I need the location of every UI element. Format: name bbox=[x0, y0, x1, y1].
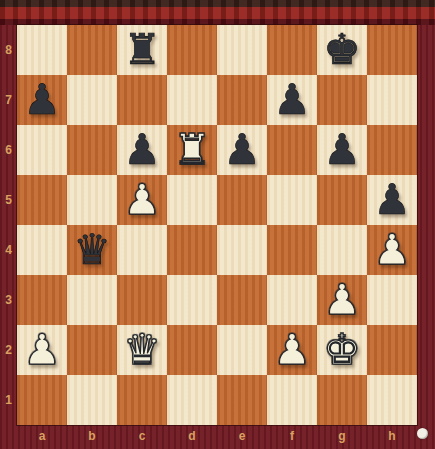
square-g5[interactable] bbox=[317, 175, 367, 225]
square-h1[interactable] bbox=[367, 375, 417, 425]
white-pawn[interactable]: ♟ bbox=[323, 279, 361, 321]
chess-app: ♜♚♟♟♟♜♟♟♟♟♛♟♟♟♛♟♚ 87654321 abcdefgh bbox=[0, 0, 435, 449]
black-pawn[interactable]: ♟ bbox=[223, 129, 261, 171]
square-e2[interactable] bbox=[217, 325, 267, 375]
square-b5[interactable] bbox=[67, 175, 117, 225]
square-b1[interactable] bbox=[67, 375, 117, 425]
square-e8[interactable] bbox=[217, 25, 267, 75]
square-g4[interactable] bbox=[317, 225, 367, 275]
square-d3[interactable] bbox=[167, 275, 217, 325]
file-label-f: f bbox=[267, 425, 317, 449]
square-a8[interactable] bbox=[17, 25, 67, 75]
square-d4[interactable] bbox=[167, 225, 217, 275]
square-b4[interactable]: ♛ bbox=[67, 225, 117, 275]
square-c1[interactable] bbox=[117, 375, 167, 425]
white-king[interactable]: ♚ bbox=[323, 329, 361, 371]
rank-label-2: 2 bbox=[0, 325, 17, 375]
square-c4[interactable] bbox=[117, 225, 167, 275]
rank-label-1: 1 bbox=[0, 375, 17, 425]
square-c2[interactable]: ♛ bbox=[117, 325, 167, 375]
file-label-c: c bbox=[117, 425, 167, 449]
white-pawn[interactable]: ♟ bbox=[273, 329, 311, 371]
chess-board: ♜♚♟♟♟♜♟♟♟♟♛♟♟♟♛♟♚ bbox=[17, 25, 417, 425]
file-label-h: h bbox=[367, 425, 417, 449]
rank-label-5: 5 bbox=[0, 175, 17, 225]
black-pawn[interactable]: ♟ bbox=[323, 129, 361, 171]
square-c6[interactable]: ♟ bbox=[117, 125, 167, 175]
square-d2[interactable] bbox=[167, 325, 217, 375]
square-d1[interactable] bbox=[167, 375, 217, 425]
square-b6[interactable] bbox=[67, 125, 117, 175]
board-frame-top bbox=[0, 0, 435, 25]
white-pawn[interactable]: ♟ bbox=[373, 229, 411, 271]
square-c5[interactable]: ♟ bbox=[117, 175, 167, 225]
square-b3[interactable] bbox=[67, 275, 117, 325]
rank-label-8: 8 bbox=[0, 25, 17, 75]
rank-label-4: 4 bbox=[0, 225, 17, 275]
square-h7[interactable] bbox=[367, 75, 417, 125]
square-c7[interactable] bbox=[117, 75, 167, 125]
square-b7[interactable] bbox=[67, 75, 117, 125]
square-a5[interactable] bbox=[17, 175, 67, 225]
square-g7[interactable] bbox=[317, 75, 367, 125]
square-e6[interactable]: ♟ bbox=[217, 125, 267, 175]
black-pawn[interactable]: ♟ bbox=[373, 179, 411, 221]
file-labels: abcdefgh bbox=[17, 425, 417, 449]
black-pawn[interactable]: ♟ bbox=[273, 79, 311, 121]
square-f6[interactable] bbox=[267, 125, 317, 175]
square-f7[interactable]: ♟ bbox=[267, 75, 317, 125]
square-e1[interactable] bbox=[217, 375, 267, 425]
square-d8[interactable] bbox=[167, 25, 217, 75]
file-label-e: e bbox=[217, 425, 267, 449]
square-a7[interactable]: ♟ bbox=[17, 75, 67, 125]
turn-indicator-white bbox=[417, 428, 428, 439]
square-d7[interactable] bbox=[167, 75, 217, 125]
rank-label-3: 3 bbox=[0, 275, 17, 325]
square-f4[interactable] bbox=[267, 225, 317, 275]
square-a6[interactable] bbox=[17, 125, 67, 175]
white-queen[interactable]: ♛ bbox=[123, 329, 161, 371]
file-label-g: g bbox=[317, 425, 367, 449]
square-c8[interactable]: ♜ bbox=[117, 25, 167, 75]
square-f1[interactable] bbox=[267, 375, 317, 425]
white-pawn[interactable]: ♟ bbox=[23, 329, 61, 371]
black-pawn[interactable]: ♟ bbox=[123, 129, 161, 171]
rank-label-7: 7 bbox=[0, 75, 17, 125]
black-king[interactable]: ♚ bbox=[323, 29, 361, 71]
black-queen[interactable]: ♛ bbox=[73, 229, 111, 271]
square-h4[interactable]: ♟ bbox=[367, 225, 417, 275]
rank-label-6: 6 bbox=[0, 125, 17, 175]
square-a2[interactable]: ♟ bbox=[17, 325, 67, 375]
square-b2[interactable] bbox=[67, 325, 117, 375]
square-g8[interactable]: ♚ bbox=[317, 25, 367, 75]
square-f3[interactable] bbox=[267, 275, 317, 325]
square-e7[interactable] bbox=[217, 75, 267, 125]
square-e4[interactable] bbox=[217, 225, 267, 275]
square-d5[interactable] bbox=[167, 175, 217, 225]
square-b8[interactable] bbox=[67, 25, 117, 75]
square-h6[interactable] bbox=[367, 125, 417, 175]
square-a4[interactable] bbox=[17, 225, 67, 275]
white-pawn[interactable]: ♟ bbox=[123, 179, 161, 221]
square-d6[interactable]: ♜ bbox=[167, 125, 217, 175]
square-g1[interactable] bbox=[317, 375, 367, 425]
black-rook[interactable]: ♜ bbox=[123, 29, 161, 71]
square-f5[interactable] bbox=[267, 175, 317, 225]
square-h3[interactable] bbox=[367, 275, 417, 325]
square-h8[interactable] bbox=[367, 25, 417, 75]
square-g3[interactable]: ♟ bbox=[317, 275, 367, 325]
square-g2[interactable]: ♚ bbox=[317, 325, 367, 375]
square-e3[interactable] bbox=[217, 275, 267, 325]
square-g6[interactable]: ♟ bbox=[317, 125, 367, 175]
square-h5[interactable]: ♟ bbox=[367, 175, 417, 225]
rank-labels: 87654321 bbox=[0, 25, 17, 425]
square-c3[interactable] bbox=[117, 275, 167, 325]
file-label-b: b bbox=[67, 425, 117, 449]
square-f8[interactable] bbox=[267, 25, 317, 75]
square-e5[interactable] bbox=[217, 175, 267, 225]
file-label-d: d bbox=[167, 425, 217, 449]
square-h2[interactable] bbox=[367, 325, 417, 375]
white-rook[interactable]: ♜ bbox=[173, 129, 211, 171]
square-f2[interactable]: ♟ bbox=[267, 325, 317, 375]
black-pawn[interactable]: ♟ bbox=[23, 79, 61, 121]
square-a3[interactable] bbox=[17, 275, 67, 325]
file-label-a: a bbox=[17, 425, 67, 449]
square-a1[interactable] bbox=[17, 375, 67, 425]
